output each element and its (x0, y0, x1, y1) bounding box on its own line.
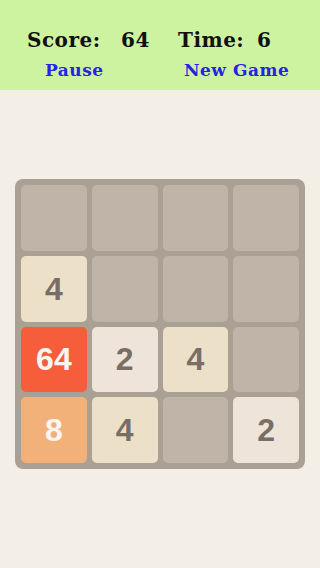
new-game-button[interactable]: New Game (184, 60, 289, 80)
empty-cell-r4c3 (163, 397, 229, 463)
tile-4-r2c1: 4 (21, 256, 87, 322)
time-label: Time: (178, 28, 244, 52)
board[interactable]: 46424842 (15, 179, 305, 469)
score-label: Score: (27, 28, 101, 52)
tile-4-r4c2: 4 (92, 397, 158, 463)
empty-cell-r1c3 (163, 185, 229, 251)
tile-4-r3c3: 4 (163, 327, 229, 393)
empty-cell-r2c2 (92, 256, 158, 322)
header-bar: Score: 64 Time: 6 Pause New Game (0, 0, 320, 90)
empty-cell-r1c4 (233, 185, 299, 251)
score-value: 64 (121, 28, 150, 52)
empty-cell-r1c1 (21, 185, 87, 251)
empty-cell-r2c4 (233, 256, 299, 322)
tile-64-r3c1: 64 (21, 327, 87, 393)
time-value: 6 (257, 28, 271, 52)
empty-cell-r1c2 (92, 185, 158, 251)
tile-2-r3c2: 2 (92, 327, 158, 393)
empty-cell-r2c3 (163, 256, 229, 322)
tile-8-r4c1: 8 (21, 397, 87, 463)
tile-2-r4c4: 2 (233, 397, 299, 463)
pause-button[interactable]: Pause (45, 60, 104, 80)
empty-cell-r3c4 (233, 327, 299, 393)
